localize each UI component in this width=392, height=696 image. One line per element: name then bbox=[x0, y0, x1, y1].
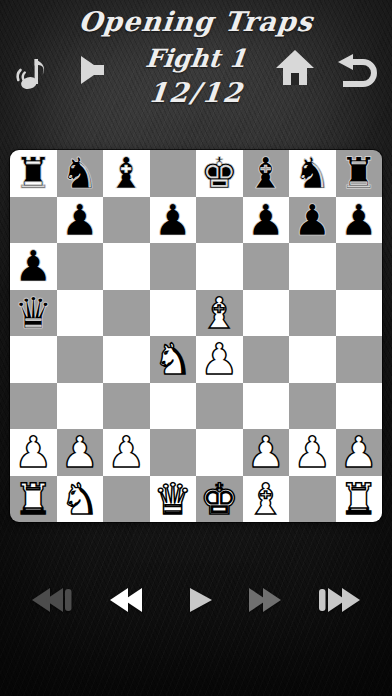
piece-bn: ♞ bbox=[293, 150, 332, 196]
piece-wb: ♝ bbox=[200, 290, 239, 336]
square-g8[interactable]: ♞ bbox=[289, 150, 336, 197]
square-a5[interactable]: ♛ bbox=[10, 290, 57, 337]
square-c5[interactable] bbox=[103, 290, 150, 337]
square-f2[interactable]: ♟ bbox=[243, 429, 290, 476]
square-g7[interactable]: ♟ bbox=[289, 197, 336, 244]
page-title: Opening Traps bbox=[0, 6, 392, 37]
piece-bp: ♟ bbox=[153, 197, 192, 243]
square-d8[interactable] bbox=[150, 150, 197, 197]
skip-to-start-icon bbox=[31, 585, 75, 615]
square-g4[interactable] bbox=[289, 336, 336, 383]
play-button[interactable] bbox=[178, 578, 222, 622]
square-g5[interactable] bbox=[289, 290, 336, 337]
piece-bb: ♝ bbox=[107, 150, 146, 196]
skip-to-end-icon bbox=[316, 585, 360, 615]
square-d3[interactable] bbox=[150, 383, 197, 430]
app-background: Opening Traps Fight 1 12/12 bbox=[0, 0, 392, 696]
square-f3[interactable] bbox=[243, 383, 290, 430]
square-c6[interactable] bbox=[103, 243, 150, 290]
piece-bk: ♚ bbox=[200, 150, 239, 196]
square-h5[interactable] bbox=[336, 290, 383, 337]
square-h1[interactable]: ♜ bbox=[336, 476, 383, 523]
square-b2[interactable]: ♟ bbox=[57, 429, 104, 476]
square-h4[interactable] bbox=[336, 336, 383, 383]
music-note-icon bbox=[12, 50, 56, 94]
square-a4[interactable] bbox=[10, 336, 57, 383]
piece-wp: ♟ bbox=[200, 336, 239, 382]
square-g3[interactable] bbox=[289, 383, 336, 430]
square-e6[interactable] bbox=[196, 243, 243, 290]
square-d5[interactable] bbox=[150, 290, 197, 337]
piece-wp: ♟ bbox=[293, 429, 332, 475]
square-h6[interactable] bbox=[336, 243, 383, 290]
home-button[interactable] bbox=[274, 47, 316, 89]
step-back-icon bbox=[107, 585, 147, 615]
step-forward-button[interactable] bbox=[242, 578, 286, 622]
square-b7[interactable]: ♟ bbox=[57, 197, 104, 244]
square-e4[interactable]: ♟ bbox=[196, 336, 243, 383]
piece-wk: ♚ bbox=[200, 476, 239, 522]
piece-wp: ♟ bbox=[246, 429, 285, 475]
square-b1[interactable]: ♞ bbox=[57, 476, 104, 523]
square-d1[interactable]: ♛ bbox=[150, 476, 197, 523]
square-h7[interactable]: ♟ bbox=[336, 197, 383, 244]
square-e7[interactable] bbox=[196, 197, 243, 244]
play-icon bbox=[185, 585, 215, 615]
music-toggle-button[interactable] bbox=[12, 50, 56, 94]
undo-back-arrow-icon bbox=[335, 53, 381, 91]
square-d7[interactable]: ♟ bbox=[150, 197, 197, 244]
square-c3[interactable] bbox=[103, 383, 150, 430]
chess-board: ♜♞♝♚♝♞♜♟♟♟♟♟♟♛♝♞♟♟♟♟♟♟♟♜♞♛♚♝♜ bbox=[10, 150, 382, 522]
square-e1[interactable]: ♚ bbox=[196, 476, 243, 523]
square-g1[interactable] bbox=[289, 476, 336, 523]
square-f1[interactable]: ♝ bbox=[243, 476, 290, 523]
piece-bp: ♟ bbox=[293, 197, 332, 243]
square-a7[interactable] bbox=[10, 197, 57, 244]
square-c7[interactable] bbox=[103, 197, 150, 244]
sound-toggle-button[interactable] bbox=[79, 54, 107, 86]
square-f5[interactable] bbox=[243, 290, 290, 337]
square-d4[interactable]: ♞ bbox=[150, 336, 197, 383]
square-c1[interactable] bbox=[103, 476, 150, 523]
piece-wp: ♟ bbox=[14, 429, 53, 475]
square-h2[interactable]: ♟ bbox=[336, 429, 383, 476]
square-b5[interactable] bbox=[57, 290, 104, 337]
piece-bp: ♟ bbox=[60, 197, 99, 243]
square-g2[interactable]: ♟ bbox=[289, 429, 336, 476]
square-b3[interactable] bbox=[57, 383, 104, 430]
piece-bb: ♝ bbox=[246, 150, 285, 196]
square-d6[interactable] bbox=[150, 243, 197, 290]
piece-wq: ♛ bbox=[153, 476, 192, 522]
square-b6[interactable] bbox=[57, 243, 104, 290]
piece-wr: ♜ bbox=[339, 476, 378, 522]
piece-bn: ♞ bbox=[60, 150, 99, 196]
square-f7[interactable]: ♟ bbox=[243, 197, 290, 244]
square-f4[interactable] bbox=[243, 336, 290, 383]
back-button[interactable] bbox=[335, 53, 381, 91]
square-a6[interactable]: ♟ bbox=[10, 243, 57, 290]
square-c4[interactable] bbox=[103, 336, 150, 383]
piece-bp: ♟ bbox=[14, 243, 53, 289]
square-a1[interactable]: ♜ bbox=[10, 476, 57, 523]
piece-wp: ♟ bbox=[60, 429, 99, 475]
square-b4[interactable] bbox=[57, 336, 104, 383]
home-icon bbox=[274, 47, 316, 89]
square-h8[interactable]: ♜ bbox=[336, 150, 383, 197]
square-f6[interactable] bbox=[243, 243, 290, 290]
skip-to-end-button[interactable] bbox=[316, 578, 360, 622]
square-e3[interactable] bbox=[196, 383, 243, 430]
piece-bp: ♟ bbox=[339, 197, 378, 243]
square-c8[interactable]: ♝ bbox=[103, 150, 150, 197]
piece-wr: ♜ bbox=[14, 476, 53, 522]
square-e2[interactable] bbox=[196, 429, 243, 476]
playback-controls bbox=[0, 578, 392, 622]
square-a8[interactable]: ♜ bbox=[10, 150, 57, 197]
square-g6[interactable] bbox=[289, 243, 336, 290]
skip-to-start-button[interactable] bbox=[31, 578, 75, 622]
square-d2[interactable] bbox=[150, 429, 197, 476]
square-a3[interactable] bbox=[10, 383, 57, 430]
piece-wn: ♞ bbox=[60, 476, 99, 522]
move-progress-counter: 12/12 bbox=[0, 77, 392, 108]
step-forward-icon bbox=[244, 585, 284, 615]
square-e5[interactable]: ♝ bbox=[196, 290, 243, 337]
piece-bq: ♛ bbox=[14, 290, 53, 336]
square-c2[interactable]: ♟ bbox=[103, 429, 150, 476]
square-b8[interactable]: ♞ bbox=[57, 150, 104, 197]
square-e8[interactable]: ♚ bbox=[196, 150, 243, 197]
piece-br: ♜ bbox=[339, 150, 378, 196]
step-back-button[interactable] bbox=[105, 578, 149, 622]
piece-wp: ♟ bbox=[107, 429, 146, 475]
piece-wb: ♝ bbox=[246, 476, 285, 522]
speaker-muted-icon bbox=[79, 54, 107, 86]
square-a2[interactable]: ♟ bbox=[10, 429, 57, 476]
piece-wp: ♟ bbox=[339, 429, 378, 475]
square-f8[interactable]: ♝ bbox=[243, 150, 290, 197]
square-h3[interactable] bbox=[336, 383, 383, 430]
stage-label: Fight 1 bbox=[0, 44, 392, 73]
piece-wn: ♞ bbox=[153, 336, 192, 382]
piece-bp: ♟ bbox=[246, 197, 285, 243]
piece-br: ♜ bbox=[14, 150, 53, 196]
